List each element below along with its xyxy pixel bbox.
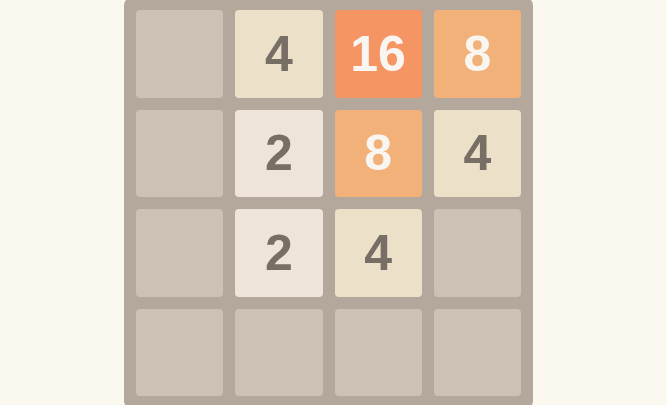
game-board-2048[interactable]: 416828424 [124, 0, 533, 405]
tile-2-r3c2: 2 [235, 209, 322, 297]
empty-cell-r2c1 [136, 110, 223, 198]
tile-4-r2c4: 4 [434, 110, 521, 198]
game-page-background: 416828424 [0, 0, 667, 405]
tile-8-r2c3: 8 [335, 110, 422, 198]
empty-cell-r4c1 [136, 309, 223, 397]
empty-cell-r4c4 [434, 309, 521, 397]
empty-cell-r1c1 [136, 10, 223, 98]
tile-8-r1c4: 8 [434, 10, 521, 98]
empty-cell-r3c4 [434, 209, 521, 297]
tile-16-r1c3: 16 [335, 10, 422, 98]
empty-cell-r4c2 [235, 309, 322, 397]
tile-4-r3c3: 4 [335, 209, 422, 297]
tile-2-r2c2: 2 [235, 110, 322, 198]
empty-cell-r3c1 [136, 209, 223, 297]
tile-4-r1c2: 4 [235, 10, 322, 98]
empty-cell-r4c3 [335, 309, 422, 397]
